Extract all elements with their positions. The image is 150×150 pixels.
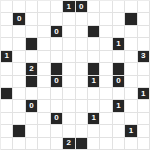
empty-cell-r0c10[interactable]: [125, 1, 137, 13]
empty-cell-r5c10[interactable]: [125, 63, 137, 75]
empty-cell-r6c0[interactable]: [1, 76, 13, 88]
empty-cell-r11c8[interactable]: [100, 138, 112, 150]
empty-cell-r9c11[interactable]: [138, 113, 150, 125]
empty-cell-r10c4[interactable]: [51, 125, 63, 137]
empty-cell-r2c3[interactable]: [38, 26, 50, 38]
empty-cell-r6c10[interactable]: [125, 76, 137, 88]
empty-cell-r5c0[interactable]: [1, 63, 13, 75]
empty-cell-r4c7[interactable]: [88, 51, 100, 63]
empty-cell-r6c6[interactable]: [76, 76, 88, 88]
empty-cell-r0c0[interactable]: [1, 1, 13, 13]
clue-cell-r8c9: 1: [113, 100, 125, 112]
empty-cell-r11c1[interactable]: [13, 138, 25, 150]
empty-cell-r8c3[interactable]: [38, 100, 50, 112]
clue-cell-r0c6: 0: [76, 1, 88, 13]
empty-cell-r4c8[interactable]: [100, 51, 112, 63]
clue-cell-r11c5: 2: [63, 138, 75, 150]
empty-cell-r3c3[interactable]: [38, 38, 50, 50]
empty-cell-r9c8[interactable]: [100, 113, 112, 125]
empty-cell-r8c1[interactable]: [13, 100, 25, 112]
empty-cell-r8c6[interactable]: [76, 100, 88, 112]
empty-cell-r11c10[interactable]: [125, 138, 137, 150]
empty-cell-r0c2[interactable]: [26, 1, 38, 13]
clue-cell-r0c5: 1: [63, 1, 75, 13]
empty-cell-r7c5[interactable]: [63, 88, 75, 100]
empty-cell-r11c11[interactable]: [138, 138, 150, 150]
clue-cell-r1c1: 0: [13, 13, 25, 25]
empty-cell-r3c8[interactable]: [100, 38, 112, 50]
empty-cell-r0c7[interactable]: [88, 1, 100, 13]
empty-cell-r2c11[interactable]: [138, 26, 150, 38]
empty-cell-r3c1[interactable]: [13, 38, 25, 50]
empty-cell-r0c9[interactable]: [113, 1, 125, 13]
empty-cell-r8c8[interactable]: [100, 100, 112, 112]
empty-cell-r0c8[interactable]: [100, 1, 112, 13]
empty-cell-r0c1[interactable]: [13, 1, 25, 13]
wall-cell-r5c9: [113, 63, 125, 75]
empty-cell-r8c0[interactable]: [1, 100, 13, 112]
empty-cell-r1c3[interactable]: [38, 13, 50, 25]
empty-cell-r3c4[interactable]: [51, 38, 63, 50]
empty-cell-r4c9[interactable]: [113, 51, 125, 63]
empty-cell-r1c0[interactable]: [1, 13, 13, 25]
empty-cell-r10c9[interactable]: [113, 125, 125, 137]
clue-cell-r6c9: 0: [113, 76, 125, 88]
empty-cell-r6c1[interactable]: [13, 76, 25, 88]
empty-cell-r1c11[interactable]: [138, 13, 150, 25]
empty-cell-r5c11[interactable]: [138, 63, 150, 75]
empty-cell-r3c0[interactable]: [1, 38, 13, 50]
empty-cell-r2c9[interactable]: [113, 26, 125, 38]
empty-cell-r10c6[interactable]: [76, 125, 88, 137]
empty-cell-r7c4[interactable]: [51, 88, 63, 100]
empty-cell-r10c2[interactable]: [26, 125, 38, 137]
empty-cell-r9c0[interactable]: [1, 113, 13, 125]
empty-cell-r10c11[interactable]: [138, 125, 150, 137]
wall-cell-r1c10: [125, 13, 137, 25]
puzzle-board: 100011320101010112: [0, 0, 150, 150]
empty-cell-r9c2[interactable]: [26, 113, 38, 125]
empty-cell-r3c10[interactable]: [125, 38, 137, 50]
empty-cell-r10c7[interactable]: [88, 125, 100, 137]
empty-cell-r10c8[interactable]: [100, 125, 112, 137]
empty-cell-r4c2[interactable]: [26, 51, 38, 63]
empty-cell-r5c6[interactable]: [76, 63, 88, 75]
clue-cell-r7c11: 1: [138, 88, 150, 100]
empty-cell-r1c2[interactable]: [26, 13, 38, 25]
empty-cell-r1c8[interactable]: [100, 13, 112, 25]
clue-cell-r9c7: 1: [88, 113, 100, 125]
clue-cell-r4c11: 3: [138, 51, 150, 63]
empty-cell-r10c5[interactable]: [63, 125, 75, 137]
empty-cell-r11c7[interactable]: [88, 138, 100, 150]
wall-cell-r10c1: [13, 125, 25, 137]
empty-cell-r8c4[interactable]: [51, 100, 63, 112]
empty-cell-r2c0[interactable]: [1, 26, 13, 38]
empty-cell-r6c8[interactable]: [100, 76, 112, 88]
empty-cell-r7c9[interactable]: [113, 88, 125, 100]
wall-cell-r2c7: [88, 26, 100, 38]
empty-cell-r2c8[interactable]: [100, 26, 112, 38]
empty-cell-r2c6[interactable]: [76, 26, 88, 38]
empty-cell-r4c6[interactable]: [76, 51, 88, 63]
wall-cell-r7c0: [1, 88, 13, 100]
clue-cell-r10c10: 1: [125, 125, 137, 137]
empty-cell-r2c5[interactable]: [63, 26, 75, 38]
empty-cell-r7c10[interactable]: [125, 88, 137, 100]
clue-cell-r9c4: 0: [51, 113, 63, 125]
empty-cell-r1c6[interactable]: [76, 13, 88, 25]
empty-cell-r11c9[interactable]: [113, 138, 125, 150]
empty-cell-r7c1[interactable]: [13, 88, 25, 100]
wall-cell-r11c6: [76, 138, 88, 150]
empty-cell-r7c8[interactable]: [100, 88, 112, 100]
empty-cell-r9c9[interactable]: [113, 113, 125, 125]
empty-cell-r3c6[interactable]: [76, 38, 88, 50]
empty-cell-r7c6[interactable]: [76, 88, 88, 100]
empty-cell-r2c10[interactable]: [125, 26, 137, 38]
empty-cell-r4c3[interactable]: [38, 51, 50, 63]
empty-cell-r3c5[interactable]: [63, 38, 75, 50]
empty-cell-r9c10[interactable]: [125, 113, 137, 125]
empty-cell-r1c9[interactable]: [113, 13, 125, 25]
empty-cell-r5c8[interactable]: [100, 63, 112, 75]
empty-cell-r9c5[interactable]: [63, 113, 75, 125]
empty-cell-r7c7[interactable]: [88, 88, 100, 100]
empty-cell-r9c3[interactable]: [38, 113, 50, 125]
empty-cell-r3c7[interactable]: [88, 38, 100, 50]
empty-cell-r10c3[interactable]: [38, 125, 50, 137]
wall-cell-r5c4: [51, 63, 63, 75]
empty-cell-r0c3[interactable]: [38, 1, 50, 13]
empty-cell-r2c1[interactable]: [13, 26, 25, 38]
empty-cell-r8c10[interactable]: [125, 100, 137, 112]
wall-cell-r6c2: [26, 76, 38, 88]
empty-cell-r8c11[interactable]: [138, 100, 150, 112]
empty-cell-r5c5[interactable]: [63, 63, 75, 75]
empty-cell-r3c11[interactable]: [138, 38, 150, 50]
empty-cell-r1c4[interactable]: [51, 13, 63, 25]
empty-cell-r4c1[interactable]: [13, 51, 25, 63]
empty-cell-r4c10[interactable]: [125, 51, 137, 63]
empty-cell-r4c5[interactable]: [63, 51, 75, 63]
empty-cell-r2c2[interactable]: [26, 26, 38, 38]
clue-cell-r5c2: 2: [26, 63, 38, 75]
empty-cell-r9c6[interactable]: [76, 113, 88, 125]
clue-cell-r3c9: 1: [113, 38, 125, 50]
empty-cell-r1c5[interactable]: [63, 13, 75, 25]
clue-cell-r8c2: 0: [26, 100, 38, 112]
clue-cell-r6c4: 0: [51, 76, 63, 88]
empty-cell-r11c4[interactable]: [51, 138, 63, 150]
empty-cell-r6c3[interactable]: [38, 76, 50, 88]
clue-cell-r6c7: 1: [88, 76, 100, 88]
empty-cell-r11c2[interactable]: [26, 138, 38, 150]
wall-cell-r3c2: [26, 38, 38, 50]
empty-cell-r5c1[interactable]: [13, 63, 25, 75]
empty-cell-r10c0[interactable]: [1, 125, 13, 137]
empty-cell-r4c4[interactable]: [51, 51, 63, 63]
empty-cell-r11c3[interactable]: [38, 138, 50, 150]
empty-cell-r6c11[interactable]: [138, 76, 150, 88]
empty-cell-r9c1[interactable]: [13, 113, 25, 125]
empty-cell-r7c2[interactable]: [26, 88, 38, 100]
empty-cell-r5c3[interactable]: [38, 63, 50, 75]
empty-cell-r1c7[interactable]: [88, 13, 100, 25]
empty-cell-r6c5[interactable]: [63, 76, 75, 88]
wall-cell-r5c7: [88, 63, 100, 75]
empty-cell-r8c7[interactable]: [88, 100, 100, 112]
empty-cell-r0c4[interactable]: [51, 1, 63, 13]
empty-cell-r0c11[interactable]: [138, 1, 150, 13]
empty-cell-r8c5[interactable]: [63, 100, 75, 112]
clue-cell-r4c0: 1: [1, 51, 13, 63]
empty-cell-r7c3[interactable]: [38, 88, 50, 100]
empty-cell-r11c0[interactable]: [1, 138, 13, 150]
clue-cell-r2c4: 0: [51, 26, 63, 38]
